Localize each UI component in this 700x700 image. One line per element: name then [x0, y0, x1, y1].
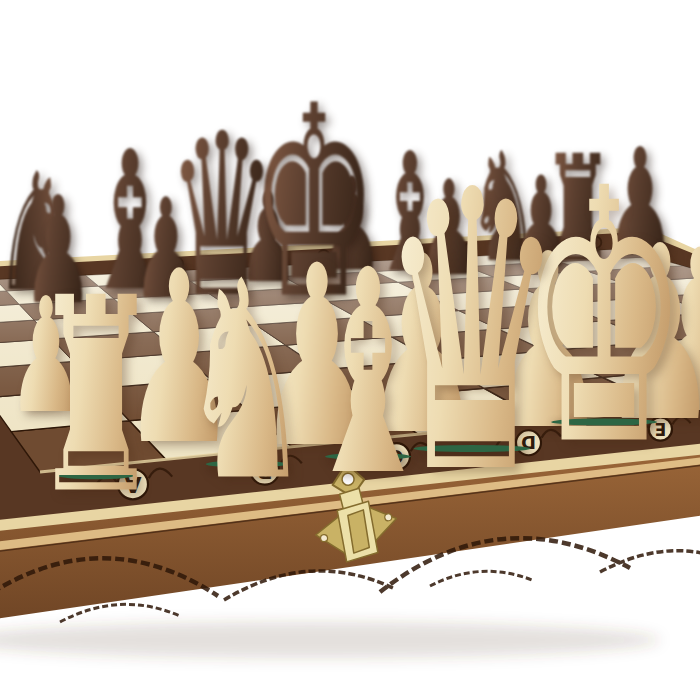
chess-set-photo: ABCDEFGH ♟♜♞♟♝♟♟♟♞♝♚♛♟♟♟♟♟♟♟♚♟♟♛♝♞♜	[0, 0, 700, 700]
file-label-d: D	[521, 432, 536, 453]
file-label-e: E	[655, 419, 667, 439]
file-label-c: C	[390, 446, 404, 468]
file-label-a: A	[124, 472, 141, 497]
chess-board: ABCDEFGH	[0, 0, 700, 700]
file-label-b: B	[257, 458, 273, 482]
box-drop-shadow	[0, 622, 660, 658]
